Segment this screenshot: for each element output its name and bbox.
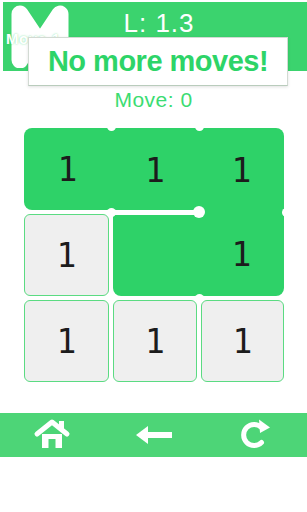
cell-r2c1[interactable]: 1 (113, 300, 197, 382)
grid-junction-dot (107, 122, 116, 131)
cell-value: 1 (57, 325, 77, 358)
cell-r1c0[interactable]: 1 (24, 214, 109, 296)
cell-r0c0[interactable]: 1 (24, 128, 111, 210)
cut-line (110, 210, 200, 215)
cell-value: 1 (233, 325, 253, 358)
grid-junction-dot (195, 122, 204, 131)
cell-r1c1[interactable] (113, 212, 199, 296)
cell-r1c2[interactable]: 1 (199, 212, 284, 296)
banner-message: No more moves! (48, 45, 268, 78)
back-arrow-icon (135, 425, 173, 445)
cell-value: 1 (145, 325, 165, 358)
cell-value: 1 (57, 239, 77, 272)
cell-r0c1[interactable]: 1 (111, 128, 199, 212)
restart-button[interactable] (233, 417, 277, 453)
grid-junction-dot (195, 294, 204, 303)
cell-r2c2[interactable]: 1 (201, 300, 284, 382)
bottom-nav-bar (0, 413, 307, 457)
puzzle-board: 1 1 1 1 1 1 1 1 (22, 126, 286, 384)
grid-junction-dot (282, 294, 291, 303)
back-button[interactable] (132, 417, 176, 453)
cell-value: 1 (145, 154, 165, 187)
restart-icon (239, 419, 271, 451)
cut-line-end-dot (107, 208, 116, 217)
cell-r2c0[interactable]: 1 (24, 300, 109, 382)
home-button[interactable] (30, 417, 74, 453)
cell-r0c2[interactable]: 1 (199, 128, 284, 212)
home-icon (32, 418, 72, 452)
no-more-moves-banner: No more moves! (28, 37, 288, 86)
cell-value: 1 (58, 153, 78, 186)
grid-junction-dot (107, 294, 116, 303)
cell-value: 1 (232, 238, 252, 271)
grid-junction-dot (282, 208, 291, 217)
cut-line-end-dot (193, 206, 205, 218)
move-counter: Move: 0 (0, 88, 307, 112)
cell-value: 1 (232, 154, 252, 187)
